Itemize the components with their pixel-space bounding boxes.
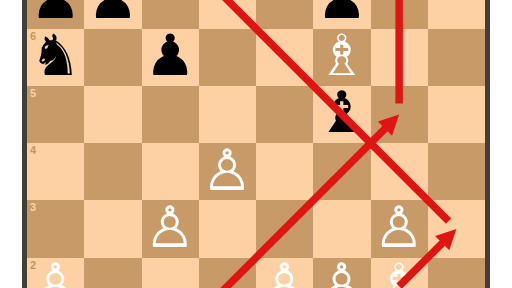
square-b4[interactable]: [84, 143, 141, 200]
piece-white-pawn-c3[interactable]: ♙: [145, 199, 196, 256]
square-e3[interactable]: [256, 200, 313, 257]
rank-label-2: 2: [30, 260, 36, 271]
square-a3[interactable]: 3: [27, 200, 84, 257]
rank-label-4: 4: [30, 145, 36, 156]
piece-black-pawn-c6[interactable]: ♟: [145, 28, 196, 85]
rank-label-3: 3: [30, 202, 36, 213]
square-d7[interactable]: [199, 0, 256, 29]
board-border-right: [485, 0, 490, 288]
square-e7[interactable]: [256, 0, 313, 29]
square-b5[interactable]: [84, 86, 141, 143]
square-g5[interactable]: [371, 86, 428, 143]
square-b6[interactable]: [84, 29, 141, 86]
piece-black-knight-a6[interactable]: ♞: [30, 28, 81, 85]
square-d6[interactable]: [199, 29, 256, 86]
chess-board: 65432 ♟♟♟♞♟♗♝♙♙♙♙♙♙♗: [27, 0, 485, 288]
board-frame: 65432 ♟♟♟♞♟♗♝♙♙♙♙♙♙♗: [22, 0, 490, 288]
rank-label-6: 6: [30, 31, 36, 42]
piece-white-pawn-g3[interactable]: ♙: [374, 199, 425, 256]
square-e5[interactable]: [256, 86, 313, 143]
piece-white-bishop-g2[interactable]: ♗: [374, 257, 425, 288]
square-f3[interactable]: [313, 200, 370, 257]
square-d2[interactable]: [199, 258, 256, 288]
square-a5[interactable]: 5: [27, 86, 84, 143]
piece-white-pawn-e2[interactable]: ♙: [259, 257, 310, 288]
piece-black-pawn-b7[interactable]: ♟: [87, 0, 138, 27]
square-h7[interactable]: [428, 0, 485, 29]
piece-white-bishop-f6[interactable]: ♗: [316, 28, 367, 85]
piece-white-pawn-a2[interactable]: ♙: [30, 257, 81, 288]
square-g7[interactable]: [371, 0, 428, 29]
square-h4[interactable]: [428, 143, 485, 200]
square-c5[interactable]: [142, 86, 199, 143]
square-c2[interactable]: [142, 258, 199, 288]
square-a4[interactable]: 4: [27, 143, 84, 200]
square-f4[interactable]: [313, 143, 370, 200]
square-h6[interactable]: [428, 29, 485, 86]
chess-analysis-screenshot: 65432 ♟♟♟♞♟♗♝♙♙♙♙♙♙♗: [0, 0, 512, 288]
rank-label-5: 5: [30, 88, 36, 99]
piece-white-pawn-f2[interactable]: ♙: [316, 257, 367, 288]
square-c4[interactable]: [142, 143, 199, 200]
square-g6[interactable]: [371, 29, 428, 86]
square-b2[interactable]: [84, 258, 141, 288]
square-d5[interactable]: [199, 86, 256, 143]
square-g4[interactable]: [371, 143, 428, 200]
piece-black-bishop-f5[interactable]: ♝: [316, 85, 367, 142]
square-h5[interactable]: [428, 86, 485, 143]
square-h2[interactable]: [428, 258, 485, 288]
square-d3[interactable]: [199, 200, 256, 257]
square-b3[interactable]: [84, 200, 141, 257]
piece-white-pawn-d4[interactable]: ♙: [202, 142, 253, 199]
square-h3[interactable]: [428, 200, 485, 257]
square-e4[interactable]: [256, 143, 313, 200]
square-e6[interactable]: [256, 29, 313, 86]
